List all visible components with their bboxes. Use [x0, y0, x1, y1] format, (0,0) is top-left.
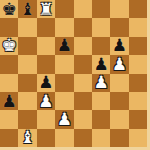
square-c8[interactable]: ♜ [37, 0, 55, 18]
chess-board-grid: ♚♝♜♚♟♟♟♟♟♟♟♟♟♝ [0, 0, 147, 147]
square-e3[interactable] [74, 92, 92, 110]
square-a3[interactable]: ♟ [0, 92, 18, 110]
square-c7[interactable] [37, 18, 55, 36]
square-a2[interactable] [0, 110, 18, 128]
square-f6[interactable] [92, 37, 110, 55]
square-d8[interactable] [55, 0, 73, 18]
square-c1[interactable] [37, 129, 55, 147]
square-b5[interactable] [18, 55, 36, 73]
square-c6[interactable] [37, 37, 55, 55]
square-e5[interactable] [74, 55, 92, 73]
square-g3[interactable] [110, 92, 128, 110]
square-d6[interactable]: ♟ [55, 37, 73, 55]
square-c5[interactable] [37, 55, 55, 73]
square-f1[interactable] [92, 129, 110, 147]
piece-black-pawn-d6[interactable]: ♟ [57, 37, 72, 54]
square-f2[interactable] [92, 110, 110, 128]
square-a1[interactable] [0, 129, 18, 147]
square-c2[interactable] [37, 110, 55, 128]
square-c3[interactable]: ♟ [37, 92, 55, 110]
square-f7[interactable] [92, 18, 110, 36]
square-g8[interactable] [110, 0, 128, 18]
square-g2[interactable] [110, 110, 128, 128]
piece-white-pawn-d2[interactable]: ♟ [57, 110, 72, 127]
square-h6[interactable] [129, 37, 147, 55]
square-h1[interactable] [129, 129, 147, 147]
square-g5[interactable]: ♟ [110, 55, 128, 73]
square-g6[interactable]: ♟ [110, 37, 128, 55]
square-a8[interactable]: ♚ [0, 0, 18, 18]
square-a5[interactable] [0, 55, 18, 73]
piece-white-king-a6[interactable]: ♚ [2, 37, 17, 54]
square-b8[interactable]: ♝ [18, 0, 36, 18]
square-d2[interactable]: ♟ [55, 110, 73, 128]
square-e8[interactable] [74, 0, 92, 18]
square-g1[interactable] [110, 129, 128, 147]
square-b3[interactable] [18, 92, 36, 110]
square-e7[interactable] [74, 18, 92, 36]
square-h8[interactable] [129, 0, 147, 18]
piece-black-pawn-a3[interactable]: ♟ [2, 92, 17, 109]
square-d4[interactable] [55, 74, 73, 92]
square-f5[interactable]: ♟ [92, 55, 110, 73]
piece-black-pawn-g6[interactable]: ♟ [112, 37, 127, 54]
square-d5[interactable] [55, 55, 73, 73]
square-b2[interactable] [18, 110, 36, 128]
square-e2[interactable] [74, 110, 92, 128]
piece-white-pawn-g5[interactable]: ♟ [112, 55, 127, 72]
square-h5[interactable] [129, 55, 147, 73]
piece-white-rook-c8[interactable]: ♜ [38, 0, 53, 17]
chess-board: ♚♝♜♚♟♟♟♟♟♟♟♟♟♝ [0, 0, 150, 150]
piece-white-pawn-c3[interactable]: ♟ [38, 92, 53, 109]
square-h7[interactable] [129, 18, 147, 36]
square-d1[interactable] [55, 129, 73, 147]
piece-white-pawn-f4[interactable]: ♟ [93, 74, 108, 91]
square-a4[interactable] [0, 74, 18, 92]
square-e6[interactable] [74, 37, 92, 55]
square-a6[interactable]: ♚ [0, 37, 18, 55]
square-g4[interactable] [110, 74, 128, 92]
piece-black-bishop-b8[interactable]: ♝ [20, 0, 35, 17]
square-c4[interactable]: ♟ [37, 74, 55, 92]
square-b1[interactable]: ♝ [18, 129, 36, 147]
square-b7[interactable] [18, 18, 36, 36]
square-d7[interactable] [55, 18, 73, 36]
square-g7[interactable] [110, 18, 128, 36]
square-b4[interactable] [18, 74, 36, 92]
square-h2[interactable] [129, 110, 147, 128]
square-h3[interactable] [129, 92, 147, 110]
square-h4[interactable] [129, 74, 147, 92]
square-e1[interactable] [74, 129, 92, 147]
piece-black-pawn-c4[interactable]: ♟ [38, 74, 53, 91]
square-b6[interactable] [18, 37, 36, 55]
square-f4[interactable]: ♟ [92, 74, 110, 92]
square-e4[interactable] [74, 74, 92, 92]
piece-black-king-a8[interactable]: ♚ [2, 0, 17, 17]
square-d3[interactable] [55, 92, 73, 110]
square-a7[interactable] [0, 18, 18, 36]
square-f3[interactable] [92, 92, 110, 110]
piece-black-pawn-f5[interactable]: ♟ [93, 55, 108, 72]
square-f8[interactable] [92, 0, 110, 18]
piece-white-bishop-b1[interactable]: ♝ [20, 129, 35, 146]
